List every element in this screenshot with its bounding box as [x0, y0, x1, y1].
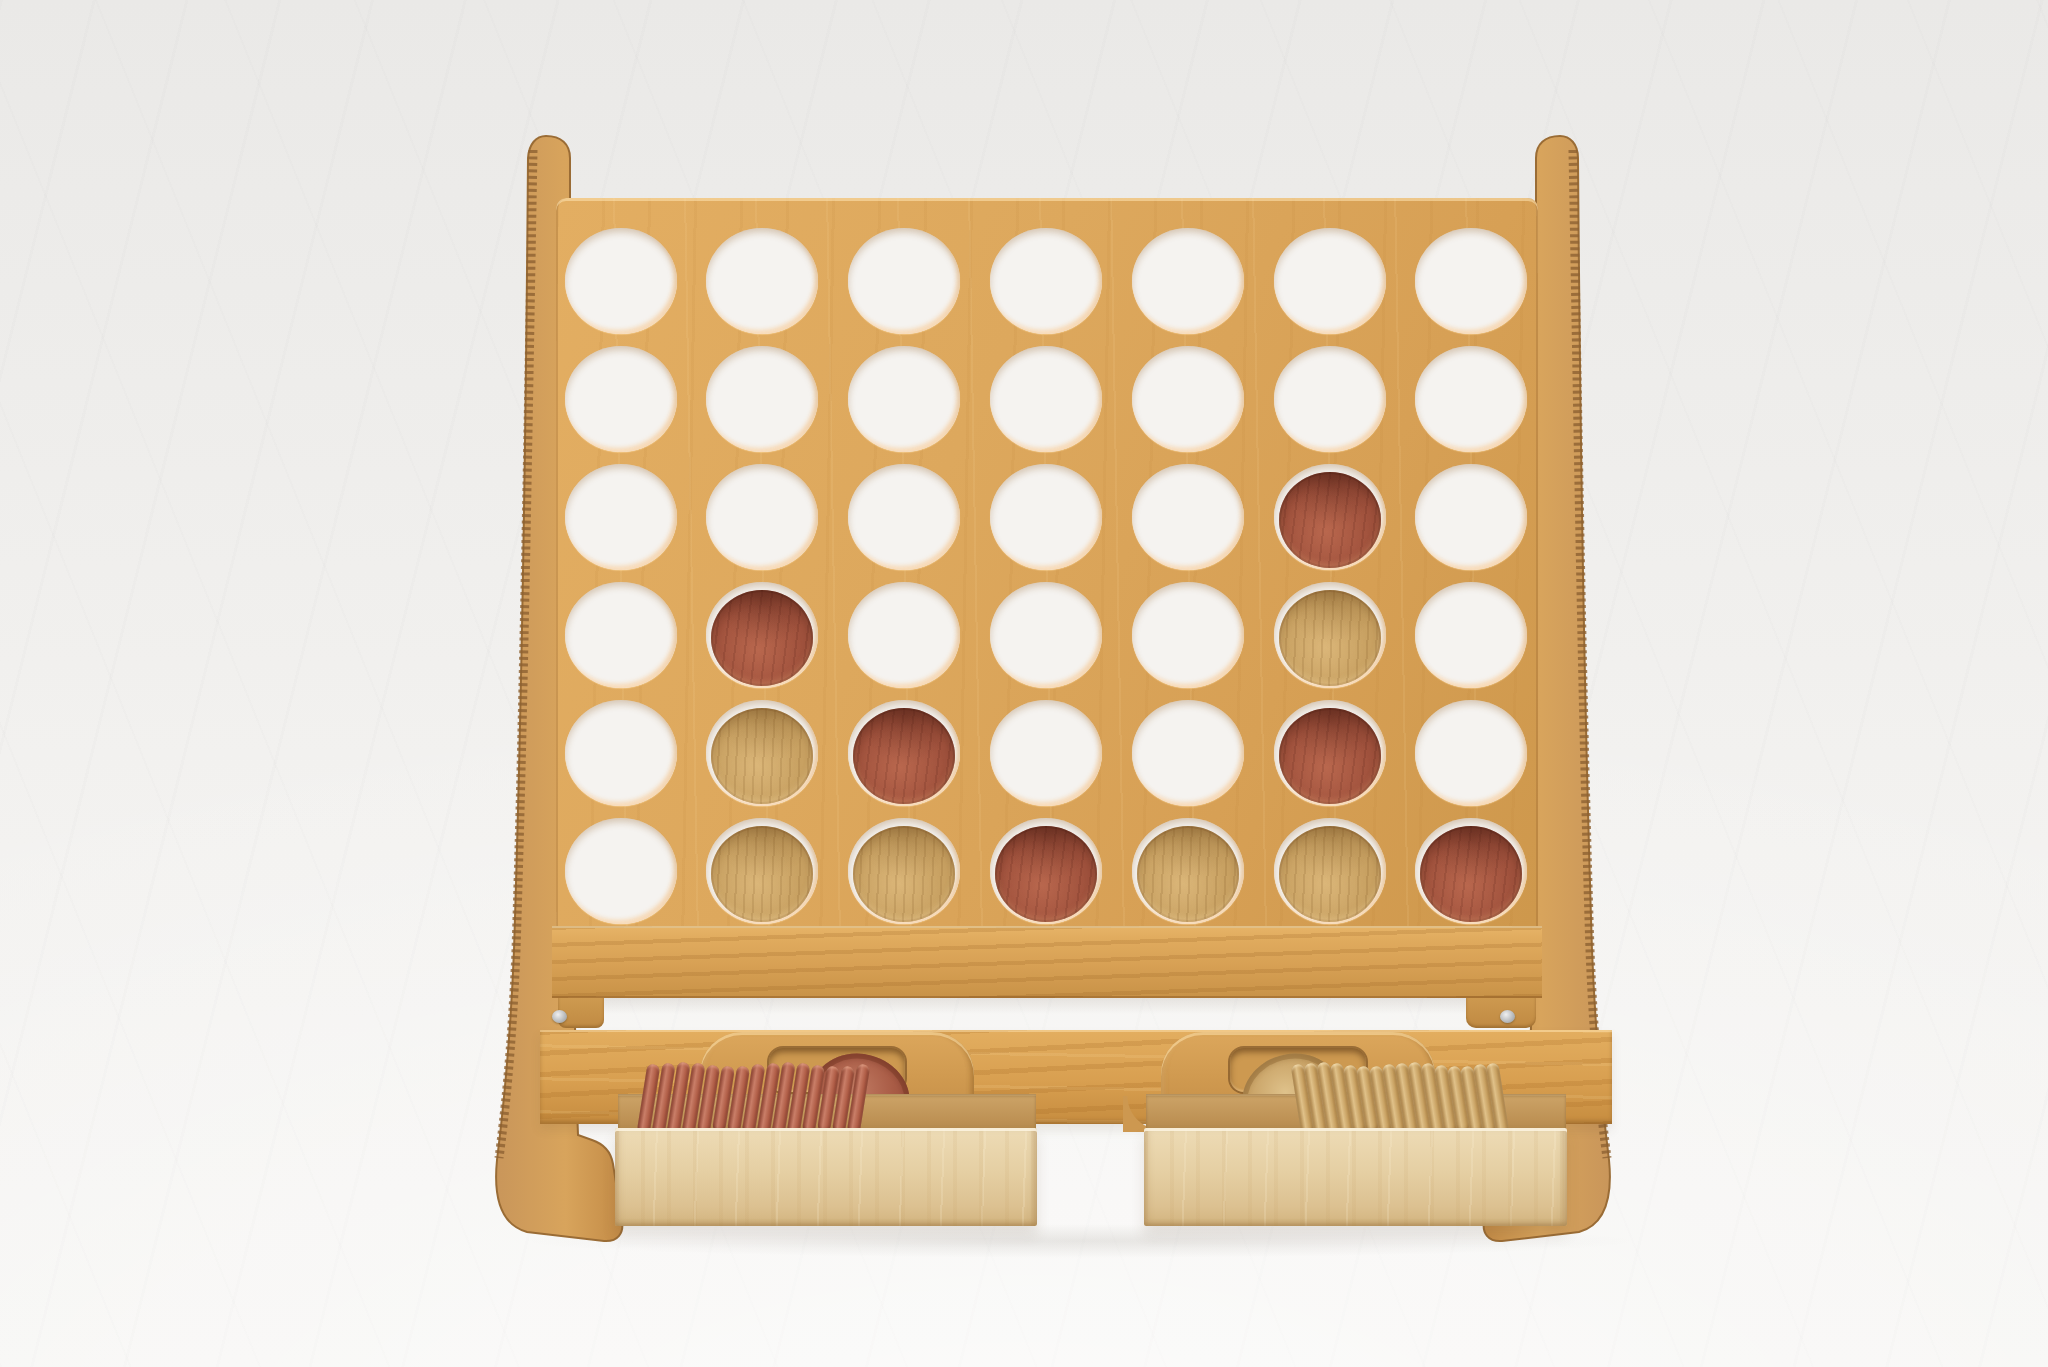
cell-r1c4[interactable] — [990, 228, 1102, 334]
hole — [990, 464, 1102, 570]
hole — [1415, 346, 1527, 452]
hole — [1132, 346, 1244, 452]
hole — [565, 464, 677, 570]
cell-r1c5[interactable] — [1132, 228, 1244, 334]
red-disc: ● — [711, 590, 813, 686]
cell-r3c2[interactable] — [706, 464, 818, 570]
cell-r3c1[interactable] — [565, 464, 677, 570]
cell-r5c5[interactable] — [1132, 700, 1244, 806]
red-disc: ● — [853, 708, 955, 804]
hole — [565, 346, 677, 452]
hole — [1132, 464, 1244, 570]
cell-r1c3[interactable] — [848, 228, 960, 334]
hole — [848, 464, 960, 570]
red-disc: ● — [995, 826, 1097, 922]
hole — [565, 818, 677, 924]
bottom-beam — [552, 926, 1542, 998]
cell-r3c7[interactable] — [1415, 464, 1527, 570]
hole — [1132, 228, 1244, 334]
hole — [1132, 582, 1244, 688]
cell-r3c5[interactable] — [1132, 464, 1244, 570]
left-tray — [615, 1128, 1037, 1226]
natural-disc: ● — [1279, 826, 1381, 922]
cell-r1c6[interactable] — [1274, 228, 1386, 334]
cell-r5c6[interactable]: ● — [1274, 700, 1386, 806]
cell-r3c4[interactable] — [990, 464, 1102, 570]
cell-r2c7[interactable] — [1415, 346, 1527, 452]
cell-r6c2[interactable]: ● — [706, 818, 818, 924]
cell-r5c1[interactable] — [565, 700, 677, 806]
cell-r6c1[interactable] — [565, 818, 677, 924]
cell-r4c6[interactable]: ● — [1274, 582, 1386, 688]
cell-r6c3[interactable]: ● — [848, 818, 960, 924]
hole — [848, 582, 960, 688]
hole — [1415, 464, 1527, 570]
cell-r5c2[interactable]: ● — [706, 700, 818, 806]
hole — [706, 228, 818, 334]
cell-r2c4[interactable] — [990, 346, 1102, 452]
hole — [565, 228, 677, 334]
hole — [990, 346, 1102, 452]
right-tray — [1144, 1128, 1567, 1226]
cell-r1c7[interactable] — [1415, 228, 1527, 334]
cell-r3c6[interactable]: ● — [1274, 464, 1386, 570]
hole — [1132, 700, 1244, 806]
cell-r5c4[interactable] — [990, 700, 1102, 806]
natural-disc: ● — [1137, 826, 1239, 922]
natural-disc: ● — [711, 708, 813, 804]
natural-disc: ● — [711, 826, 813, 922]
hole — [565, 582, 677, 688]
hole — [706, 464, 818, 570]
hole — [1274, 228, 1386, 334]
cell-r5c3[interactable]: ● — [848, 700, 960, 806]
red-disc: ● — [1279, 472, 1381, 568]
cell-r5c7[interactable] — [1415, 700, 1527, 806]
cell-r6c5[interactable]: ● — [1132, 818, 1244, 924]
hole — [1274, 346, 1386, 452]
natural-disc: ● — [1279, 590, 1381, 686]
cell-r4c2[interactable]: ● — [706, 582, 818, 688]
cell-r4c3[interactable] — [848, 582, 960, 688]
hole — [848, 228, 960, 334]
hole — [848, 346, 960, 452]
cell-r2c2[interactable] — [706, 346, 818, 452]
connect-four-photo: ●●●●●●●●●●●● — [0, 0, 2048, 1367]
hole — [990, 700, 1102, 806]
cell-r2c3[interactable] — [848, 346, 960, 452]
red-disc: ● — [1420, 826, 1522, 922]
right-hinge-screw — [1500, 1010, 1515, 1023]
cell-r1c2[interactable] — [706, 228, 818, 334]
cell-r4c1[interactable] — [565, 582, 677, 688]
cell-r4c4[interactable] — [990, 582, 1102, 688]
cell-r6c7[interactable]: ● — [1415, 818, 1527, 924]
cell-r3c3[interactable] — [848, 464, 960, 570]
cell-r2c5[interactable] — [1132, 346, 1244, 452]
hole — [990, 228, 1102, 334]
natural-disc: ● — [853, 826, 955, 922]
hole — [1415, 228, 1527, 334]
cell-r4c7[interactable] — [1415, 582, 1527, 688]
left-hinge-screw — [552, 1010, 567, 1023]
cell-r2c6[interactable] — [1274, 346, 1386, 452]
beam-shadow — [560, 998, 1535, 1014]
hole — [565, 700, 677, 806]
hole — [1415, 582, 1527, 688]
cell-r6c4[interactable]: ● — [990, 818, 1102, 924]
hole — [1415, 700, 1527, 806]
cell-r1c1[interactable] — [565, 228, 677, 334]
hole — [706, 346, 818, 452]
cell-r6c6[interactable]: ● — [1274, 818, 1386, 924]
red-disc: ● — [1279, 708, 1381, 804]
cell-r2c1[interactable] — [565, 346, 677, 452]
cell-r4c5[interactable] — [1132, 582, 1244, 688]
hole — [990, 582, 1102, 688]
